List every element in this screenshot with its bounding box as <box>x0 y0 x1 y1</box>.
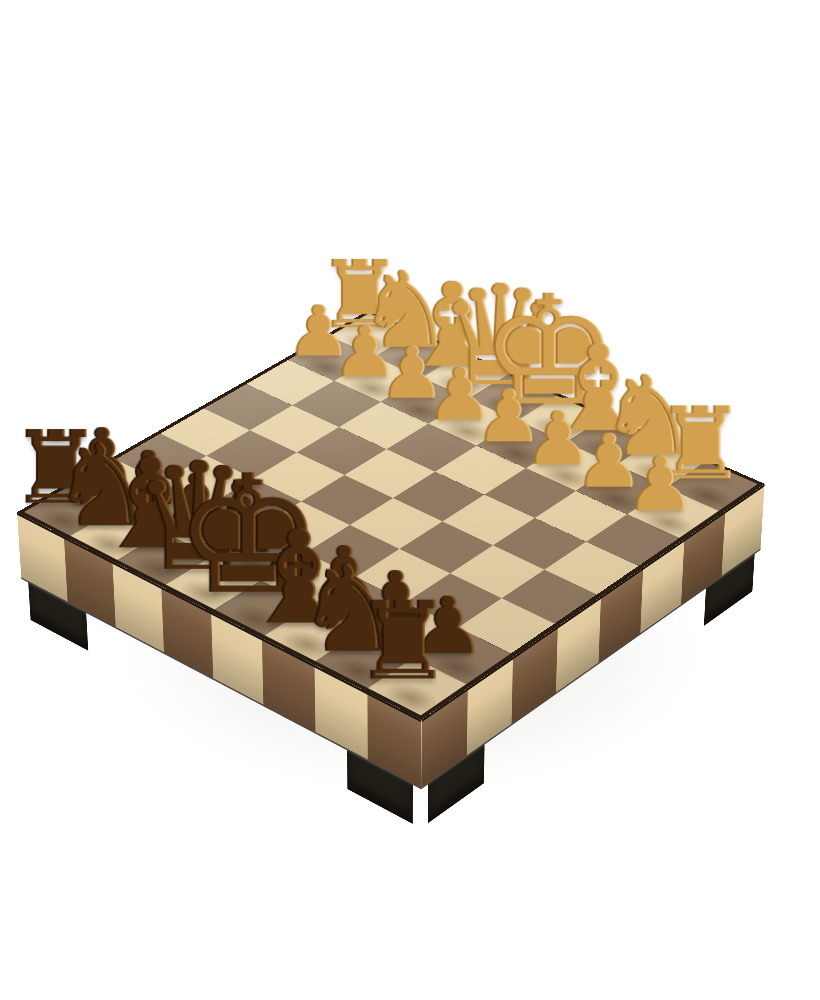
chess-set-photo: ♜♞♝♛♚♝♞♜♟♟♟♟♟♟♟♟♟♟♟♟♟♟♟♟♜♞♝♛♚♝♞♜ <box>0 0 820 1000</box>
chess-box: ♜♞♝♛♚♝♞♜♟♟♟♟♟♟♟♟♟♟♟♟♟♟♟♟♜♞♝♛♚♝♞♜ <box>17 310 765 720</box>
chess-board: ♜♞♝♛♚♝♞♜♟♟♟♟♟♟♟♟♟♟♟♟♟♟♟♟♜♞♝♛♚♝♞♜ <box>17 310 765 720</box>
chess-board-grid: ♜♞♝♛♚♝♞♜♟♟♟♟♟♟♟♟♟♟♟♟♟♟♟♟♜♞♝♛♚♝♞♜ <box>24 313 758 715</box>
stage: ♜♞♝♛♚♝♞♜♟♟♟♟♟♟♟♟♟♟♟♟♟♟♟♟♜♞♝♛♚♝♞♜ <box>0 0 820 1000</box>
